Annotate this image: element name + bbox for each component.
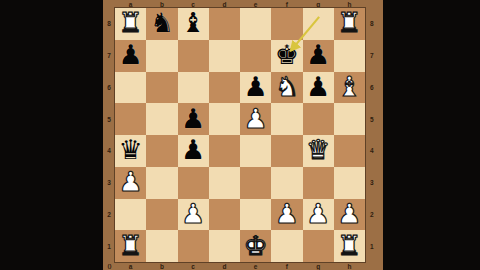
file-label-a: a (115, 0, 146, 8)
square-g6[interactable]: ♟ (303, 72, 334, 104)
file-label-d: d (209, 262, 240, 270)
rank-label-5: 5 (103, 103, 115, 135)
square-d6[interactable] (209, 72, 240, 104)
square-e2[interactable] (240, 199, 271, 231)
rank-label-2: 2 (103, 199, 115, 231)
rank-label-2: 2 (365, 199, 383, 231)
square-h6[interactable]: ♝ (334, 72, 365, 104)
piece-black-pawn[interactable]: ♟ (244, 73, 268, 100)
rank-label-4: 4 (103, 135, 115, 167)
file-label-c: c (178, 262, 209, 270)
square-h7[interactable] (334, 40, 365, 72)
rank-label-8: 8 (365, 8, 383, 40)
square-d4[interactable] (209, 135, 240, 167)
square-f4[interactable] (271, 135, 302, 167)
file-label-f: f (271, 262, 302, 270)
square-b6[interactable] (146, 72, 177, 104)
piece-white-pawn[interactable]: ♟ (306, 200, 330, 227)
square-e7[interactable] (240, 40, 271, 72)
rank-label-7: 7 (365, 40, 383, 72)
piece-white-queen[interactable]: ♛ (306, 136, 330, 163)
square-f7[interactable]: ♚ (271, 40, 302, 72)
square-c5[interactable]: ♟ (178, 103, 209, 135)
square-d5[interactable] (209, 103, 240, 135)
square-g7[interactable]: ♟ (303, 40, 334, 72)
rank-label-1: 1 (365, 230, 383, 262)
piece-black-pawn[interactable]: ♟ (181, 105, 205, 132)
rank-label-1: 1 (103, 230, 115, 262)
rank-label-6: 6 (103, 72, 115, 104)
square-a3[interactable]: ♟ (115, 167, 146, 199)
piece-black-pawn[interactable]: ♟ (181, 136, 205, 163)
file-label-a: a (115, 262, 146, 270)
file-label-g: g (303, 262, 334, 270)
square-f8[interactable] (271, 8, 302, 40)
square-c6[interactable] (178, 72, 209, 104)
square-c3[interactable] (178, 167, 209, 199)
piece-white-rook[interactable]: ♜ (119, 232, 143, 259)
square-a4[interactable]: ♛ (115, 135, 146, 167)
square-c1[interactable] (178, 230, 209, 262)
square-b4[interactable] (146, 135, 177, 167)
square-c4[interactable]: ♟ (178, 135, 209, 167)
square-c8[interactable]: ♝ (178, 8, 209, 40)
chess-board[interactable]: ♜♞♝♜♟♚♟♟♞♟♝♟♟♛♟♛♟♟♟♟♟♜♚♜ (115, 8, 365, 262)
square-h4[interactable] (334, 135, 365, 167)
piece-white-rook[interactable]: ♜ (119, 9, 143, 36)
square-f5[interactable] (271, 103, 302, 135)
video-frame: abcdefgh 87654321 87654321 abcdefgh () ♜… (0, 0, 480, 270)
file-label-g: g (303, 0, 334, 8)
piece-black-pawn[interactable]: ♟ (119, 41, 143, 68)
square-e8[interactable] (240, 8, 271, 40)
square-d2[interactable] (209, 199, 240, 231)
rank-label-7: 7 (103, 40, 115, 72)
file-label-f: f (271, 0, 302, 8)
square-b2[interactable] (146, 199, 177, 231)
piece-white-pawn[interactable]: ♟ (181, 200, 205, 227)
square-h1[interactable]: ♜ (334, 230, 365, 262)
square-h5[interactable] (334, 103, 365, 135)
piece-black-pawn[interactable]: ♟ (306, 41, 330, 68)
piece-black-bishop[interactable]: ♝ (181, 9, 205, 36)
square-b7[interactable] (146, 40, 177, 72)
square-a2[interactable] (115, 199, 146, 231)
square-a5[interactable] (115, 103, 146, 135)
square-c7[interactable] (178, 40, 209, 72)
rank-labels-left: 87654321 (103, 8, 115, 262)
square-e3[interactable] (240, 167, 271, 199)
piece-white-rook[interactable]: ♜ (337, 232, 361, 259)
square-g1[interactable] (303, 230, 334, 262)
file-label-c: c (178, 0, 209, 8)
file-label-b: b (146, 0, 177, 8)
square-d8[interactable] (209, 8, 240, 40)
square-a8[interactable]: ♜ (115, 8, 146, 40)
piece-black-queen[interactable]: ♛ (119, 136, 143, 163)
square-h8[interactable]: ♜ (334, 8, 365, 40)
square-e6[interactable]: ♟ (240, 72, 271, 104)
chess-board-frame: abcdefgh 87654321 87654321 abcdefgh () ♜… (103, 0, 383, 270)
square-b3[interactable] (146, 167, 177, 199)
piece-white-pawn[interactable]: ♟ (244, 105, 268, 132)
square-g8[interactable] (303, 8, 334, 40)
file-label-e: e (240, 0, 271, 8)
piece-white-pawn[interactable]: ♟ (275, 200, 299, 227)
square-a6[interactable] (115, 72, 146, 104)
piece-white-bishop[interactable]: ♝ (337, 73, 361, 100)
square-g5[interactable] (303, 103, 334, 135)
file-label-e: e (240, 262, 271, 270)
square-f1[interactable] (271, 230, 302, 262)
square-e5[interactable]: ♟ (240, 103, 271, 135)
square-b1[interactable] (146, 230, 177, 262)
square-g4[interactable]: ♛ (303, 135, 334, 167)
piece-black-pawn[interactable]: ♟ (306, 73, 330, 100)
square-c2[interactable]: ♟ (178, 199, 209, 231)
file-labels-bottom: abcdefgh (115, 262, 365, 270)
rank-label-8: 8 (103, 8, 115, 40)
rank-label-5: 5 (365, 103, 383, 135)
piece-white-pawn[interactable]: ♟ (337, 200, 361, 227)
square-e1[interactable]: ♚ (240, 230, 271, 262)
piece-white-rook[interactable]: ♜ (337, 9, 361, 36)
file-label-h: h (334, 262, 365, 270)
corner-mark: () (104, 262, 115, 270)
square-f3[interactable] (271, 167, 302, 199)
piece-white-king[interactable]: ♚ (244, 232, 268, 259)
square-d3[interactable] (209, 167, 240, 199)
piece-black-king[interactable]: ♚ (275, 41, 299, 68)
rank-labels-right: 87654321 (365, 8, 383, 262)
piece-black-knight[interactable]: ♞ (150, 9, 174, 36)
file-label-h: h (334, 0, 365, 8)
square-e4[interactable] (240, 135, 271, 167)
piece-white-knight[interactable]: ♞ (275, 73, 299, 100)
square-h2[interactable]: ♟ (334, 199, 365, 231)
square-g2[interactable]: ♟ (303, 199, 334, 231)
rank-label-3: 3 (103, 167, 115, 199)
file-label-b: b (146, 262, 177, 270)
piece-white-pawn[interactable]: ♟ (119, 168, 143, 195)
square-b8[interactable]: ♞ (146, 8, 177, 40)
square-a1[interactable]: ♜ (115, 230, 146, 262)
square-a7[interactable]: ♟ (115, 40, 146, 72)
rank-label-6: 6 (365, 72, 383, 104)
rank-label-3: 3 (365, 167, 383, 199)
square-h3[interactable] (334, 167, 365, 199)
rank-label-4: 4 (365, 135, 383, 167)
file-label-d: d (209, 0, 240, 8)
square-d7[interactable] (209, 40, 240, 72)
square-d1[interactable] (209, 230, 240, 262)
file-labels-top: abcdefgh (115, 0, 365, 8)
square-f2[interactable]: ♟ (271, 199, 302, 231)
square-f6[interactable]: ♞ (271, 72, 302, 104)
square-b5[interactable] (146, 103, 177, 135)
square-g3[interactable] (303, 167, 334, 199)
